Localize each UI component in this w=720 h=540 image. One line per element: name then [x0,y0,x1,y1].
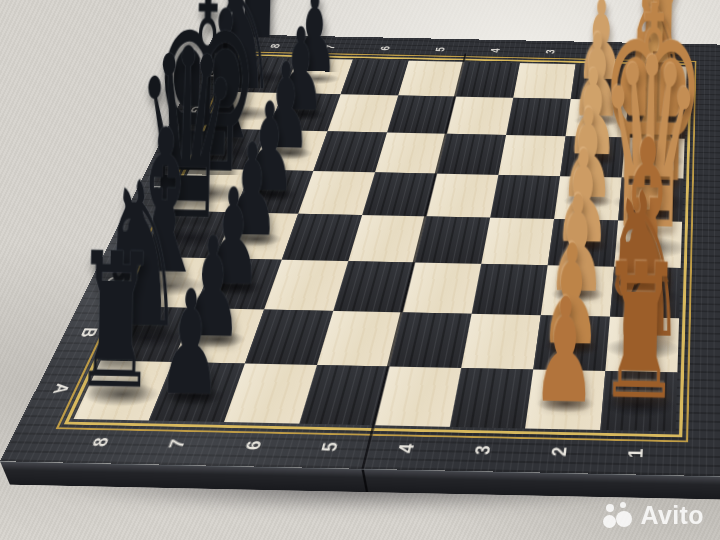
coordinate-label-4-near: 4 [394,444,420,454]
piece-white-pawn-a2: ♟ [531,279,598,425]
piece-shadow [293,73,341,85]
front-edge-seam [362,470,369,493]
coordinate-label-4-far: 4 [487,48,503,53]
coordinate-label-a-left: A [48,383,74,394]
scene-tilt: ♜♟♟♜♞♟♟♞♝♟♟♝♚♟♟♚♛♟♟♛♝♟♟♝♞♟♟♞♜♟♟♜ 8765432… [0,0,720,540]
square-f5 [375,133,447,174]
square-g5 [387,95,456,133]
piece-black-rook-a8: ♜ [72,227,158,415]
board-top-surface: ♜♟♟♜♞♟♟♞♝♟♟♝♚♟♟♚♛♟♟♛♝♟♟♝♞♟♟♞♜♟♟♜ 8765432… [0,34,720,476]
square-b4 [389,312,472,368]
square-c5 [333,261,414,312]
coordinate-label-5-far: 5 [432,47,448,52]
coordinate-label-6-near: 6 [241,440,268,450]
piece-black-pawn-a7: ♟ [157,271,224,417]
coordinate-label-7-near: 7 [164,439,191,449]
perspective-scene: ♜♟♟♜♞♟♟♞♝♟♟♝♚♟♟♚♛♟♟♛♝♟♟♝♞♟♟♞♜♟♟♜ 8765432… [0,0,720,540]
square-e5 [362,172,437,216]
watermark-text: Avito [640,501,704,530]
coordinate-label-1-near: 1 [624,448,648,458]
square-d4 [415,216,490,264]
coordinate-label-3-near: 3 [471,445,496,455]
coordinate-label-6-far: 6 [377,46,393,51]
square-a2: ♟ [525,369,605,430]
square-h3 [513,63,575,99]
square-h4 [456,62,520,98]
square-f6 [313,131,387,172]
piece-black-pawn-h7: ♟ [289,0,340,91]
chess-board: ♜♟♟♜♞♟♟♞♝♟♟♝♚♟♟♚♛♟♟♛♝♟♟♝♞♟♟♞♜♟♟♜ 8765432… [0,34,720,476]
coordinate-label-8-near: 8 [87,437,115,447]
square-h5 [398,61,464,97]
square-e6 [298,171,375,215]
square-g4 [447,97,514,135]
coordinate-label-2-near: 2 [548,447,573,457]
coordinate-label-7-far: 7 [322,45,338,50]
chess-set-photo: ♜♟♟♜♞♟♟♞♝♟♟♝♚♟♟♚♛♟♟♛♝♟♟♝♞♟♟♞♜♟♟♜ 8765432… [0,0,720,540]
piece-white-rook-a1: ♜ [597,238,683,426]
square-e4 [426,174,498,218]
square-a4 [375,366,462,426]
square-h7: ♟ [283,58,353,94]
square-d6 [282,214,362,261]
coordinate-label-3-far: 3 [542,49,557,54]
square-h6 [341,60,409,96]
square-g6 [327,94,398,132]
squares-grid: ♜♟♟♜♞♟♟♞♝♟♟♝♚♟♟♚♛♟♟♛♝♟♟♝♞♟♟♞♜♟♟♜ [74,57,687,431]
square-c4 [402,262,481,313]
square-b3 [461,314,541,370]
square-f4 [437,134,506,175]
square-a1: ♜ [600,371,677,432]
coordinate-label-8-far: 8 [266,44,282,49]
piece-shadow [279,109,329,122]
avito-logo-icon [603,502,633,530]
piece-black-pawn-g7: ♟ [274,12,327,127]
avito-watermark: Avito [603,501,704,530]
coordinate-label-5-near: 5 [318,442,344,452]
